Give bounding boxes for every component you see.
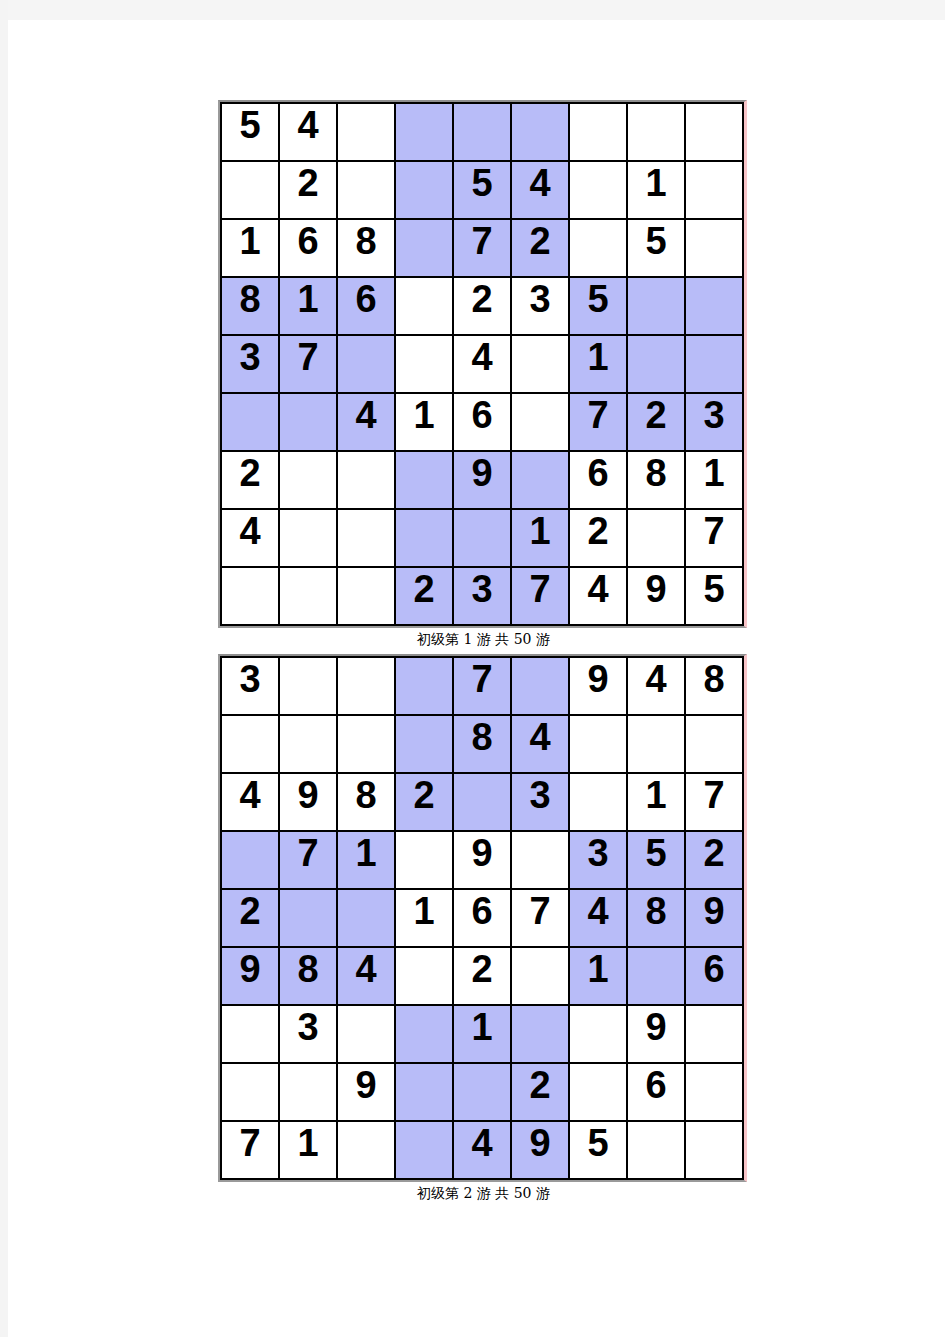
cell-r9c8-given: 9 [628, 568, 684, 624]
cell-r6c8-empty [628, 948, 684, 1004]
cell-r6c9-given: 6 [686, 948, 742, 1004]
cell-r1c5-empty [454, 104, 510, 160]
cell-r6c5-given: 2 [454, 948, 510, 1004]
cell-r7c4-empty [396, 452, 452, 508]
cell-r8c5-empty [454, 510, 510, 566]
cell-r7c5-given: 9 [454, 452, 510, 508]
cell-r2c7-empty [570, 162, 626, 218]
cell-r7c3-empty [338, 452, 394, 508]
cell-r9c5-given: 4 [454, 1122, 510, 1178]
cell-r2c9-empty [686, 716, 742, 772]
cell-r7c9-given: 1 [686, 452, 742, 508]
cell-r9c6-given: 9 [512, 1122, 568, 1178]
cell-r3c7-empty [570, 220, 626, 276]
cell-r8c9-given: 7 [686, 510, 742, 566]
cell-r3c9-empty [686, 220, 742, 276]
cell-r2c4-empty [396, 716, 452, 772]
cell-r3c8-given: 5 [628, 220, 684, 276]
cell-r9c2-empty [280, 568, 336, 624]
cell-r2c8-empty [628, 716, 684, 772]
cell-r3c3-given: 8 [338, 220, 394, 276]
cell-r8c8-given: 6 [628, 1064, 684, 1120]
cell-r5c4-given: 1 [396, 890, 452, 946]
cell-r7c1-given: 2 [222, 452, 278, 508]
cell-r3c9-given: 7 [686, 774, 742, 830]
cell-r4c3-given: 6 [338, 278, 394, 334]
cell-r6c2-empty [280, 394, 336, 450]
cell-r8c7-empty [570, 1064, 626, 1120]
cell-r9c9-empty [686, 1122, 742, 1178]
cell-r7c6-empty [512, 452, 568, 508]
puzzle-2-block: 3794884498231771935221674899842163199267… [218, 654, 749, 1208]
cell-r5c1-given: 2 [222, 890, 278, 946]
cell-r1c1-given: 5 [222, 104, 278, 160]
cell-r8c1-given: 4 [222, 510, 278, 566]
cell-r4c9-empty [686, 278, 742, 334]
cell-r4c7-given: 3 [570, 832, 626, 888]
cell-r7c2-given: 3 [280, 1006, 336, 1062]
sudoku-board-1: 5425411687258162353741416723296814127237… [220, 102, 744, 626]
cell-r4c9-given: 2 [686, 832, 742, 888]
cell-r1c6-empty [512, 104, 568, 160]
cell-r5c8-empty [628, 336, 684, 392]
puzzle-2-caption: 初级第 2 游 共 50 游 [218, 1182, 749, 1208]
cell-r2c3-empty [338, 716, 394, 772]
cell-r6c2-given: 8 [280, 948, 336, 1004]
cell-r5c2-given: 7 [280, 336, 336, 392]
cell-r6c6-empty [512, 394, 568, 450]
cell-r4c3-given: 1 [338, 832, 394, 888]
cell-r9c7-given: 4 [570, 568, 626, 624]
cell-r2c2-empty [280, 716, 336, 772]
cell-r3c7-empty [570, 774, 626, 830]
cell-r7c3-empty [338, 1006, 394, 1062]
cell-r6c3-given: 4 [338, 394, 394, 450]
cell-r8c2-empty [280, 510, 336, 566]
page-left-margin [0, 0, 8, 1337]
cell-r3c6-given: 2 [512, 220, 568, 276]
cell-r9c9-given: 5 [686, 568, 742, 624]
cell-r3c4-empty [396, 220, 452, 276]
cell-r1c2-empty [280, 658, 336, 714]
cell-r3c1-given: 4 [222, 774, 278, 830]
puzzle-1-caption: 初级第 1 游 共 50 游 [218, 628, 749, 654]
cell-r4c1-empty [222, 832, 278, 888]
cell-r6c7-given: 1 [570, 948, 626, 1004]
cell-r7c5-given: 1 [454, 1006, 510, 1062]
cell-r1c8-empty [628, 104, 684, 160]
cell-r2c2-given: 2 [280, 162, 336, 218]
cell-r3c8-given: 1 [628, 774, 684, 830]
cell-r4c6-empty [512, 832, 568, 888]
cell-r6c4-given: 1 [396, 394, 452, 450]
cell-r7c4-empty [396, 1006, 452, 1062]
cell-r2c4-empty [396, 162, 452, 218]
cell-r8c4-empty [396, 510, 452, 566]
cell-r1c4-empty [396, 104, 452, 160]
page-top-margin [0, 0, 945, 20]
cell-r5c2-empty [280, 890, 336, 946]
cell-r3c6-given: 3 [512, 774, 568, 830]
cell-r4c7-given: 5 [570, 278, 626, 334]
cell-r7c7-empty [570, 1006, 626, 1062]
cell-r6c1-empty [222, 394, 278, 450]
cell-r3c2-given: 9 [280, 774, 336, 830]
cell-r6c6-empty [512, 948, 568, 1004]
cell-r1c4-empty [396, 658, 452, 714]
cell-r5c6-given: 7 [512, 890, 568, 946]
cell-r6c7-given: 7 [570, 394, 626, 450]
cell-r5c1-given: 3 [222, 336, 278, 392]
cell-r1c6-empty [512, 658, 568, 714]
cell-r2c3-empty [338, 162, 394, 218]
cell-r9c7-given: 5 [570, 1122, 626, 1178]
cell-r6c4-empty [396, 948, 452, 1004]
cell-r1c9-empty [686, 104, 742, 160]
cell-r2c7-empty [570, 716, 626, 772]
cell-r5c3-empty [338, 336, 394, 392]
cell-r9c3-empty [338, 1122, 394, 1178]
cell-r9c1-empty [222, 568, 278, 624]
cell-r1c7-empty [570, 104, 626, 160]
cell-r1c1-given: 3 [222, 658, 278, 714]
cell-r8c6-given: 2 [512, 1064, 568, 1120]
cell-r1c3-empty [338, 104, 394, 160]
cell-r7c8-given: 8 [628, 452, 684, 508]
cell-r3c1-given: 1 [222, 220, 278, 276]
cell-r2c6-given: 4 [512, 716, 568, 772]
sudoku-board-2: 3794884498231771935221674899842163199267… [220, 656, 744, 1180]
cell-r7c9-empty [686, 1006, 742, 1062]
cell-r1c5-given: 7 [454, 658, 510, 714]
cell-r4c8-empty [628, 278, 684, 334]
cell-r8c1-empty [222, 1064, 278, 1120]
cell-r6c3-given: 4 [338, 948, 394, 1004]
cell-r8c9-empty [686, 1064, 742, 1120]
cell-r6c9-given: 3 [686, 394, 742, 450]
cell-r8c8-empty [628, 510, 684, 566]
cell-r3c5-given: 7 [454, 220, 510, 276]
cell-r4c5-given: 9 [454, 832, 510, 888]
cell-r5c6-empty [512, 336, 568, 392]
puzzle-2-frame: 3794884498231771935221674899842163199267… [218, 654, 747, 1182]
cell-r1c8-given: 4 [628, 658, 684, 714]
cell-r9c4-given: 2 [396, 568, 452, 624]
cell-r2c5-given: 5 [454, 162, 510, 218]
cell-r4c1-given: 8 [222, 278, 278, 334]
cell-r8c3-given: 9 [338, 1064, 394, 1120]
cell-r8c5-empty [454, 1064, 510, 1120]
cell-r5c5-given: 4 [454, 336, 510, 392]
cell-r2c6-given: 4 [512, 162, 568, 218]
cell-r2c8-given: 1 [628, 162, 684, 218]
puzzle-1-block: 5425411687258162353741416723296814127237… [218, 100, 749, 654]
cell-r6c1-given: 9 [222, 948, 278, 1004]
sudoku-page-content: 5425411687258162353741416723296814127237… [218, 100, 749, 1208]
cell-r3c2-given: 6 [280, 220, 336, 276]
cell-r9c1-given: 7 [222, 1122, 278, 1178]
cell-r8c7-given: 2 [570, 510, 626, 566]
cell-r2c1-empty [222, 716, 278, 772]
cell-r9c4-empty [396, 1122, 452, 1178]
cell-r9c3-empty [338, 568, 394, 624]
cell-r8c6-given: 1 [512, 510, 568, 566]
cell-r5c7-given: 4 [570, 890, 626, 946]
cell-r4c4-empty [396, 832, 452, 888]
cell-r5c4-empty [396, 336, 452, 392]
cell-r7c1-empty [222, 1006, 278, 1062]
cell-r9c5-given: 3 [454, 568, 510, 624]
cell-r9c2-given: 1 [280, 1122, 336, 1178]
cell-r3c5-empty [454, 774, 510, 830]
cell-r5c8-given: 8 [628, 890, 684, 946]
cell-r4c4-empty [396, 278, 452, 334]
cell-r3c3-given: 8 [338, 774, 394, 830]
cell-r4c6-given: 3 [512, 278, 568, 334]
cell-r7c7-given: 6 [570, 452, 626, 508]
cell-r4c2-given: 7 [280, 832, 336, 888]
cell-r2c5-given: 8 [454, 716, 510, 772]
cell-r1c2-given: 4 [280, 104, 336, 160]
cell-r7c6-empty [512, 1006, 568, 1062]
cell-r4c8-given: 5 [628, 832, 684, 888]
cell-r1c7-given: 9 [570, 658, 626, 714]
cell-r7c8-given: 9 [628, 1006, 684, 1062]
cell-r1c9-given: 8 [686, 658, 742, 714]
cell-r5c9-empty [686, 336, 742, 392]
cell-r8c2-empty [280, 1064, 336, 1120]
cell-r3c4-given: 2 [396, 774, 452, 830]
cell-r1c3-empty [338, 658, 394, 714]
cell-r4c2-given: 1 [280, 278, 336, 334]
puzzle-1-frame: 5425411687258162353741416723296814127237… [218, 100, 747, 628]
cell-r5c5-given: 6 [454, 890, 510, 946]
cell-r6c5-given: 6 [454, 394, 510, 450]
cell-r9c8-empty [628, 1122, 684, 1178]
cell-r2c9-empty [686, 162, 742, 218]
cell-r5c9-given: 9 [686, 890, 742, 946]
cell-r6c8-given: 2 [628, 394, 684, 450]
cell-r7c2-empty [280, 452, 336, 508]
cell-r5c7-given: 1 [570, 336, 626, 392]
cell-r5c3-empty [338, 890, 394, 946]
cell-r2c1-empty [222, 162, 278, 218]
cell-r4c5-given: 2 [454, 278, 510, 334]
cell-r8c4-empty [396, 1064, 452, 1120]
cell-r9c6-given: 7 [512, 568, 568, 624]
cell-r8c3-empty [338, 510, 394, 566]
